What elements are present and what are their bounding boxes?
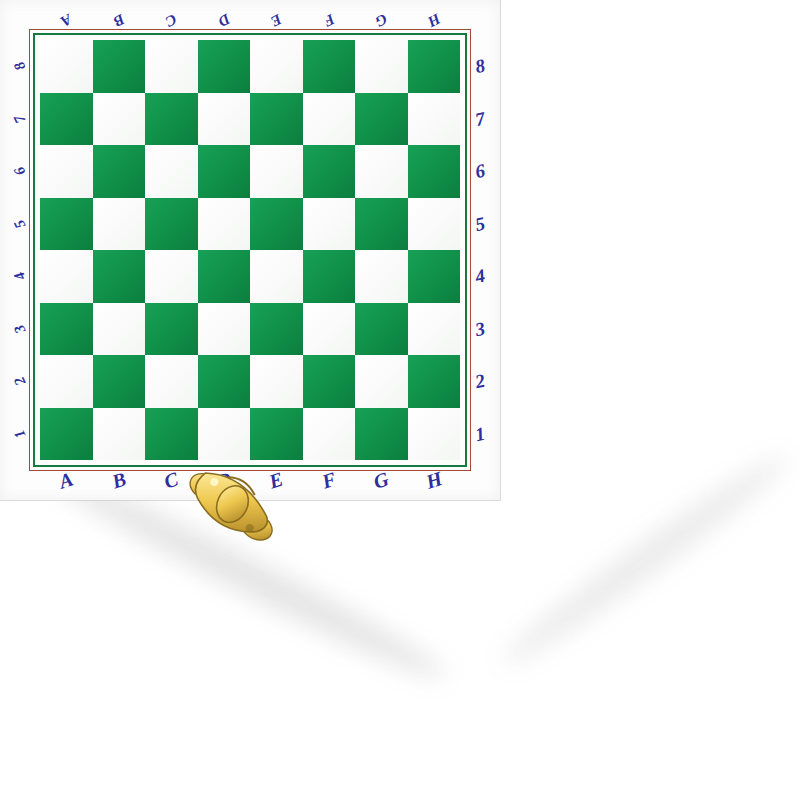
rank-label-near-7: 7: [473, 108, 486, 129]
board-top-face: AABBCCDDEEFFGGHH1122334455667788: [0, 0, 500, 500]
square-c6: [145, 145, 198, 198]
square-b1: [93, 408, 146, 461]
square-d3: [198, 303, 251, 356]
square-d8: [198, 40, 251, 93]
square-g1: [355, 408, 408, 461]
square-h7: [408, 93, 461, 146]
square-c2: [145, 355, 198, 408]
checkerboard: [40, 40, 460, 460]
square-f7: [303, 93, 356, 146]
square-f2: [303, 355, 356, 408]
square-f8: [303, 40, 356, 93]
square-b4: [93, 250, 146, 303]
square-h5: [408, 198, 461, 251]
square-c3: [145, 303, 198, 356]
square-f1: [303, 408, 356, 461]
square-a1: [40, 408, 93, 461]
square-f4: [303, 250, 356, 303]
square-e3: [250, 303, 303, 356]
file-label-near-f: F: [319, 468, 338, 491]
rank-label-far-3: 3: [12, 322, 29, 335]
square-c8: [145, 40, 198, 93]
chess-set-product-photo: AABBCCDDEEFFGGHH1122334455667788 ♜♝♞♚♛♞♝…: [0, 0, 800, 800]
square-b7: [93, 93, 146, 146]
square-h1: [408, 408, 461, 461]
rank-label-far-1: 1: [12, 427, 29, 440]
file-label-far-b: B: [111, 11, 127, 29]
square-h2: [408, 355, 461, 408]
square-e7: [250, 93, 303, 146]
square-h3: [408, 303, 461, 356]
rank-label-near-1: 1: [473, 423, 486, 444]
rank-label-far-4: 4: [12, 270, 29, 283]
rank-label-near-2: 2: [473, 371, 486, 392]
file-label-far-e: E: [268, 11, 284, 29]
square-c4: [145, 250, 198, 303]
rank-label-near-6: 6: [473, 161, 486, 182]
square-d4: [198, 250, 251, 303]
file-label-near-b: B: [109, 468, 128, 491]
square-g7: [355, 93, 408, 146]
rank-label-near-4: 4: [473, 266, 486, 287]
square-f6: [303, 145, 356, 198]
rank-label-near-8: 8: [473, 56, 486, 77]
square-e4: [250, 250, 303, 303]
square-b6: [93, 145, 146, 198]
square-c5: [145, 198, 198, 251]
rank-label-near-5: 5: [473, 213, 486, 234]
square-b3: [93, 303, 146, 356]
square-b5: [93, 198, 146, 251]
file-label-far-h: H: [425, 11, 442, 30]
square-e1: [250, 408, 303, 461]
square-e2: [250, 355, 303, 408]
square-a2: [40, 355, 93, 408]
file-label-far-c: C: [163, 11, 179, 29]
file-label-far-d: D: [215, 11, 232, 29]
square-g8: [355, 40, 408, 93]
square-e8: [250, 40, 303, 93]
square-g3: [355, 303, 408, 356]
file-label-far-g: G: [373, 11, 390, 29]
board-panel: AABBCCDDEEFFGGHH1122334455667788: [0, 0, 500, 500]
square-b8: [93, 40, 146, 93]
rank-label-far-8: 8: [12, 60, 29, 73]
square-h6: [408, 145, 461, 198]
file-label-far-f: F: [321, 11, 337, 29]
file-label-near-h: H: [423, 468, 444, 492]
square-e6: [250, 145, 303, 198]
square-d2: [198, 355, 251, 408]
square-a6: [40, 145, 93, 198]
square-d5: [198, 198, 251, 251]
square-a8: [40, 40, 93, 93]
box-ground-shadow-right: [495, 445, 796, 675]
square-d7: [198, 93, 251, 146]
square-g4: [355, 250, 408, 303]
square-c1: [145, 408, 198, 461]
square-g2: [355, 355, 408, 408]
square-h4: [408, 250, 461, 303]
square-b2: [93, 355, 146, 408]
file-label-near-g: G: [371, 468, 391, 491]
rank-label-far-2: 2: [12, 375, 29, 388]
rank-label-near-3: 3: [473, 318, 486, 339]
rank-label-far-5: 5: [12, 217, 29, 230]
square-a4: [40, 250, 93, 303]
rank-label-far-7: 7: [12, 112, 29, 125]
square-f3: [303, 303, 356, 356]
square-h8: [408, 40, 461, 93]
file-label-near-a: A: [57, 468, 76, 491]
square-a5: [40, 198, 93, 251]
square-g6: [355, 145, 408, 198]
file-label-far-a: A: [58, 11, 74, 29]
square-a3: [40, 303, 93, 356]
square-d6: [198, 145, 251, 198]
square-a7: [40, 93, 93, 146]
square-c7: [145, 93, 198, 146]
square-f5: [303, 198, 356, 251]
square-g5: [355, 198, 408, 251]
rank-label-far-6: 6: [12, 165, 29, 178]
square-e5: [250, 198, 303, 251]
